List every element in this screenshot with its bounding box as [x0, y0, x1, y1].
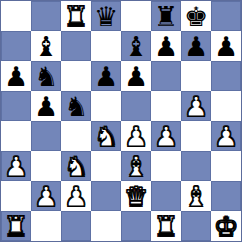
square-h3[interactable] [211, 151, 241, 181]
piece-white-pawn[interactable]: ♟ [34, 183, 58, 210]
square-g6[interactable] [181, 61, 211, 91]
square-c7[interactable] [61, 31, 91, 61]
square-d2[interactable] [91, 181, 121, 211]
square-e3[interactable]: ♝ [121, 151, 151, 181]
piece-black-rook[interactable]: ♜ [154, 3, 178, 30]
square-g7[interactable]: ♟ [181, 31, 211, 61]
square-g2[interactable]: ♝ [181, 181, 211, 211]
square-h2[interactable] [211, 181, 241, 211]
square-f1[interactable]: ♜ [151, 211, 181, 241]
square-c5[interactable]: ♞ [61, 91, 91, 121]
square-b1[interactable] [31, 211, 61, 241]
square-d7[interactable] [91, 31, 121, 61]
square-a4[interactable] [1, 121, 31, 151]
piece-black-bishop[interactable]: ♝ [124, 33, 148, 60]
square-c1[interactable] [61, 211, 91, 241]
square-e1[interactable] [121, 211, 151, 241]
piece-white-pawn[interactable]: ♟ [184, 93, 208, 120]
square-a3[interactable]: ♟ [1, 151, 31, 181]
square-h5[interactable] [211, 91, 241, 121]
square-h8[interactable] [211, 1, 241, 31]
square-h7[interactable]: ♟ [211, 31, 241, 61]
square-c2[interactable]: ♟ [61, 181, 91, 211]
square-e4[interactable]: ♟ [121, 121, 151, 151]
square-e8[interactable] [121, 1, 151, 31]
square-b5[interactable]: ♟ [31, 91, 61, 121]
square-a6[interactable]: ♟ [1, 61, 31, 91]
piece-black-pawn[interactable]: ♟ [34, 93, 58, 120]
piece-white-pawn[interactable]: ♟ [4, 153, 28, 180]
piece-white-pawn[interactable]: ♟ [124, 123, 148, 150]
piece-black-pawn[interactable]: ♟ [154, 33, 178, 60]
square-b3[interactable] [31, 151, 61, 181]
piece-black-knight[interactable]: ♞ [34, 63, 58, 90]
square-d4[interactable]: ♞ [91, 121, 121, 151]
square-f8[interactable]: ♜ [151, 1, 181, 31]
square-a8[interactable] [1, 1, 31, 31]
piece-white-bishop[interactable]: ♝ [184, 183, 208, 210]
piece-white-pawn[interactable]: ♟ [214, 123, 238, 150]
square-e5[interactable] [121, 91, 151, 121]
piece-white-pawn[interactable]: ♟ [154, 123, 178, 150]
square-b6[interactable]: ♞ [31, 61, 61, 91]
square-d5[interactable] [91, 91, 121, 121]
square-d1[interactable] [91, 211, 121, 241]
square-g5[interactable]: ♟ [181, 91, 211, 121]
square-g8[interactable]: ♚ [181, 1, 211, 31]
square-e7[interactable]: ♝ [121, 31, 151, 61]
square-d8[interactable]: ♛ [91, 1, 121, 31]
piece-white-pawn[interactable]: ♟ [64, 183, 88, 210]
square-a2[interactable] [1, 181, 31, 211]
square-e2[interactable]: ♛ [121, 181, 151, 211]
square-d3[interactable] [91, 151, 121, 181]
square-h6[interactable] [211, 61, 241, 91]
piece-black-pawn[interactable]: ♟ [4, 63, 28, 90]
piece-black-pawn[interactable]: ♟ [214, 33, 238, 60]
piece-white-knight[interactable]: ♞ [94, 123, 118, 150]
square-c6[interactable] [61, 61, 91, 91]
square-f6[interactable] [151, 61, 181, 91]
square-f3[interactable] [151, 151, 181, 181]
square-f4[interactable]: ♟ [151, 121, 181, 151]
piece-black-bishop[interactable]: ♝ [34, 33, 58, 60]
piece-black-pawn[interactable]: ♟ [124, 63, 148, 90]
piece-white-knight[interactable]: ♞ [64, 153, 88, 180]
piece-white-rook[interactable]: ♜ [4, 213, 28, 240]
piece-white-king[interactable]: ♚ [214, 213, 238, 240]
piece-black-pawn[interactable]: ♟ [94, 63, 118, 90]
square-e6[interactable]: ♟ [121, 61, 151, 91]
square-g1[interactable] [181, 211, 211, 241]
square-h1[interactable]: ♚ [211, 211, 241, 241]
square-b4[interactable] [31, 121, 61, 151]
square-c4[interactable] [61, 121, 91, 151]
square-b7[interactable]: ♝ [31, 31, 61, 61]
piece-white-rook[interactable]: ♜ [64, 3, 88, 30]
square-f2[interactable] [151, 181, 181, 211]
piece-white-rook[interactable]: ♜ [154, 213, 178, 240]
square-g3[interactable] [181, 151, 211, 181]
piece-black-knight[interactable]: ♞ [64, 93, 88, 120]
square-g4[interactable] [181, 121, 211, 151]
square-f7[interactable]: ♟ [151, 31, 181, 61]
piece-black-queen[interactable]: ♛ [94, 3, 118, 30]
piece-black-king[interactable]: ♚ [184, 3, 208, 30]
square-b2[interactable]: ♟ [31, 181, 61, 211]
chess-board: ♜♛♜♚♝♝♟♟♟♟♞♟♟♟♞♟♞♟♟♟♟♞♝♟♟♛♝♜♜♚ [0, 0, 242, 242]
square-b8[interactable] [31, 1, 61, 31]
square-f5[interactable] [151, 91, 181, 121]
square-a1[interactable]: ♜ [1, 211, 31, 241]
square-d6[interactable]: ♟ [91, 61, 121, 91]
square-a7[interactable] [1, 31, 31, 61]
square-h4[interactable]: ♟ [211, 121, 241, 151]
square-c8[interactable]: ♜ [61, 1, 91, 31]
piece-white-bishop[interactable]: ♝ [124, 153, 148, 180]
square-c3[interactable]: ♞ [61, 151, 91, 181]
piece-white-queen[interactable]: ♛ [124, 183, 148, 210]
square-a5[interactable] [1, 91, 31, 121]
piece-black-pawn[interactable]: ♟ [184, 33, 208, 60]
